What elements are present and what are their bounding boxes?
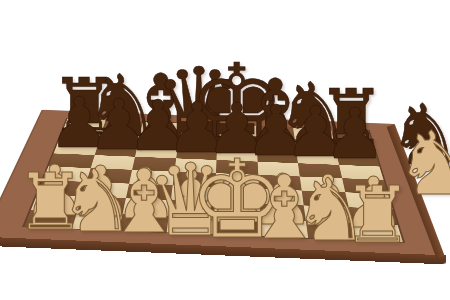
square-f2 [259, 204, 306, 222]
square-c2 [122, 198, 170, 215]
square-a1 [24, 210, 76, 228]
square-a2 [31, 195, 82, 212]
square-e1 [214, 218, 261, 237]
board-3d-plane [0, 110, 445, 257]
board-frame [0, 110, 445, 257]
square-e2 [214, 202, 260, 220]
square-d1 [166, 216, 214, 235]
square-d2 [168, 200, 214, 218]
board-tilt-wrapper [0, 0, 450, 300]
square-g1 [306, 221, 356, 240]
square-b1 [72, 212, 123, 230]
square-c1 [119, 214, 168, 233]
square-f1 [260, 219, 308, 238]
square-g2 [304, 205, 352, 223]
square-h1 [352, 223, 403, 242]
chess-photo: ♜♞♝♛♚♝♞♜♟♟♟♟♟♟♟♟♟♟♟♟♟♟♟♟♜♞♝♛♚♝♞♜ ♞♞ [0, 0, 450, 300]
square-b2 [77, 197, 126, 214]
chess-board [24, 119, 403, 242]
